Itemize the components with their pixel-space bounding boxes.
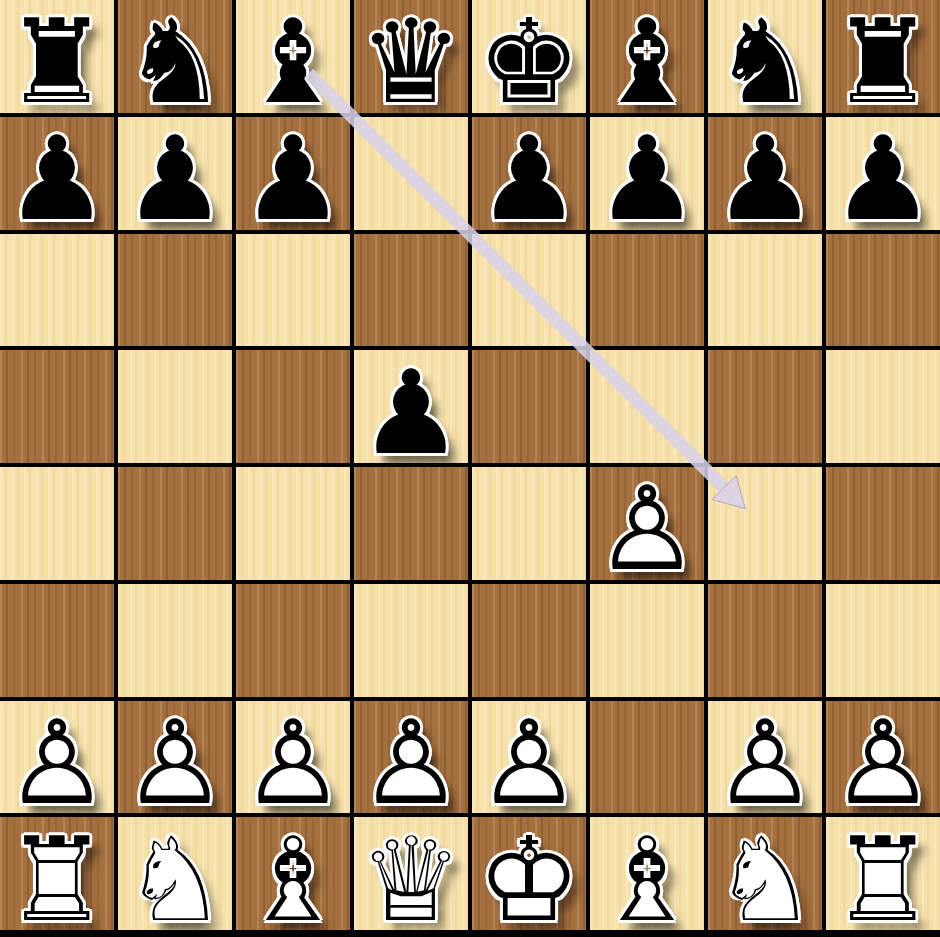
square-c2[interactable]: ♟♙ (236, 701, 350, 814)
white-knight[interactable]: ♞♘ (708, 817, 822, 930)
square-g5[interactable] (708, 350, 822, 463)
black-bishop[interactable]: ♝ (236, 0, 350, 113)
white-pawn-glyph: ♟ (0, 707, 114, 820)
black-pawn-glyph: ♟ (590, 123, 704, 236)
square-b2[interactable]: ♟♙ (118, 701, 232, 814)
square-d2[interactable]: ♟♙ (354, 701, 468, 814)
white-rook[interactable]: ♜♖ (826, 817, 940, 930)
square-c6[interactable] (236, 234, 350, 347)
square-c7[interactable]: ♟ (236, 117, 350, 230)
square-h2[interactable]: ♟♙ (826, 701, 940, 814)
square-e4[interactable] (472, 467, 586, 580)
square-d8[interactable]: ♛ (354, 0, 468, 113)
white-bishop-glyph: ♗ (236, 823, 350, 936)
square-a4[interactable] (0, 467, 114, 580)
white-queen-glyph: ♕ (354, 823, 468, 936)
black-bishop[interactable]: ♝ (590, 0, 704, 113)
black-pawn[interactable]: ♟ (826, 117, 940, 230)
black-king[interactable]: ♚ (472, 0, 586, 113)
square-f3[interactable] (590, 584, 704, 697)
square-d6[interactable] (354, 234, 468, 347)
chess-board-area: ♜♞♝♛♚♝♞♜♟♟♟♟♟♟♟♟♟♙♟♙♟♙♟♙♟♙♟♙♟♙♟♙♜♖♞♘♝♗♛♕… (0, 0, 940, 937)
white-king-glyph: ♔ (472, 823, 586, 936)
white-pawn[interactable]: ♟♙ (590, 467, 704, 580)
black-pawn-glyph: ♟ (826, 123, 940, 236)
black-pawn[interactable]: ♟ (118, 117, 232, 230)
white-bishop-glyph: ♝ (236, 823, 350, 936)
white-pawn[interactable]: ♟♙ (118, 701, 232, 814)
square-e7[interactable]: ♟ (472, 117, 586, 230)
white-pawn-glyph: ♟ (472, 707, 586, 820)
black-pawn[interactable]: ♟ (472, 117, 586, 230)
white-bishop-glyph: ♗ (590, 823, 704, 936)
white-bishop[interactable]: ♝♗ (590, 817, 704, 930)
white-king-glyph: ♚ (472, 823, 586, 936)
square-e3[interactable] (472, 584, 586, 697)
square-c8[interactable]: ♝ (236, 0, 350, 113)
square-f4[interactable]: ♟♙ (590, 467, 704, 580)
square-g3[interactable] (708, 584, 822, 697)
square-h3[interactable] (826, 584, 940, 697)
white-pawn-glyph: ♙ (472, 707, 586, 820)
white-rook-glyph: ♜ (826, 823, 940, 936)
square-b6[interactable] (118, 234, 232, 347)
black-pawn-glyph: ♟ (708, 123, 822, 236)
white-pawn-glyph: ♟ (590, 473, 704, 586)
white-knight-glyph: ♞ (118, 823, 232, 936)
black-pawn[interactable]: ♟ (590, 117, 704, 230)
square-h6[interactable] (826, 234, 940, 347)
square-d5[interactable]: ♟ (354, 350, 468, 463)
white-pawn[interactable]: ♟♙ (472, 701, 586, 814)
square-c4[interactable] (236, 467, 350, 580)
black-knight-glyph: ♞ (118, 6, 232, 119)
black-queen[interactable]: ♛ (354, 0, 468, 113)
square-g4[interactable] (708, 467, 822, 580)
black-pawn-glyph: ♟ (118, 123, 232, 236)
square-a2[interactable]: ♟♙ (0, 701, 114, 814)
square-e8[interactable]: ♚ (472, 0, 586, 113)
white-pawn-glyph: ♙ (0, 707, 114, 820)
square-b1[interactable]: ♞♘ (118, 817, 232, 930)
square-b4[interactable] (118, 467, 232, 580)
square-g6[interactable] (708, 234, 822, 347)
black-pawn[interactable]: ♟ (354, 350, 468, 463)
square-c3[interactable] (236, 584, 350, 697)
square-f7[interactable]: ♟ (590, 117, 704, 230)
square-d7[interactable] (354, 117, 468, 230)
square-g8[interactable]: ♞ (708, 0, 822, 113)
white-pawn-glyph: ♙ (118, 707, 232, 820)
square-e5[interactable] (472, 350, 586, 463)
square-e6[interactable] (472, 234, 586, 347)
black-pawn[interactable]: ♟ (708, 117, 822, 230)
square-d3[interactable] (354, 584, 468, 697)
square-g1[interactable]: ♞♘ (708, 817, 822, 930)
black-bishop-glyph: ♝ (236, 6, 350, 119)
black-knight-glyph: ♞ (708, 6, 822, 119)
white-pawn-glyph: ♙ (236, 707, 350, 820)
white-bishop[interactable]: ♝♗ (236, 817, 350, 930)
white-pawn-glyph: ♙ (826, 707, 940, 820)
square-a7[interactable]: ♟ (0, 117, 114, 230)
black-king-glyph: ♚ (472, 6, 586, 119)
black-pawn[interactable]: ♟ (0, 117, 114, 230)
black-queen-glyph: ♛ (354, 6, 468, 119)
white-pawn[interactable]: ♟♙ (354, 701, 468, 814)
white-bishop-glyph: ♝ (590, 823, 704, 936)
black-bishop-glyph: ♝ (590, 6, 704, 119)
white-queen[interactable]: ♛♕ (354, 817, 468, 930)
square-d1[interactable]: ♛♕ (354, 817, 468, 930)
white-pawn[interactable]: ♟♙ (0, 701, 114, 814)
black-rook-glyph: ♜ (0, 6, 114, 119)
white-pawn[interactable]: ♟♙ (708, 701, 822, 814)
white-rook[interactable]: ♜♖ (0, 817, 114, 930)
black-pawn-glyph: ♟ (472, 123, 586, 236)
white-king[interactable]: ♚♔ (472, 817, 586, 930)
white-rook-glyph: ♖ (826, 823, 940, 936)
white-knight-glyph: ♘ (118, 823, 232, 936)
black-pawn-glyph: ♟ (236, 123, 350, 236)
black-pawn[interactable]: ♟ (236, 117, 350, 230)
square-h5[interactable] (826, 350, 940, 463)
square-f8[interactable]: ♝ (590, 0, 704, 113)
square-c1[interactable]: ♝♗ (236, 817, 350, 930)
square-b3[interactable] (118, 584, 232, 697)
black-knight[interactable]: ♞ (708, 0, 822, 113)
square-b7[interactable]: ♟ (118, 117, 232, 230)
square-b5[interactable] (118, 350, 232, 463)
white-pawn-glyph: ♟ (826, 707, 940, 820)
black-knight[interactable]: ♞ (118, 0, 232, 113)
square-h4[interactable] (826, 467, 940, 580)
white-rook-glyph: ♖ (0, 823, 114, 936)
square-d4[interactable] (354, 467, 468, 580)
white-knight-glyph: ♞ (708, 823, 822, 936)
square-f2[interactable] (590, 701, 704, 814)
black-pawn-glyph: ♟ (354, 356, 468, 469)
black-rook[interactable]: ♜ (826, 0, 940, 113)
square-b8[interactable]: ♞ (118, 0, 232, 113)
square-f6[interactable] (590, 234, 704, 347)
square-g2[interactable]: ♟♙ (708, 701, 822, 814)
white-pawn-glyph: ♙ (590, 473, 704, 586)
black-rook[interactable]: ♜ (0, 0, 114, 113)
square-f5[interactable] (590, 350, 704, 463)
white-pawn[interactable]: ♟♙ (236, 701, 350, 814)
square-h8[interactable]: ♜ (826, 0, 940, 113)
square-e2[interactable]: ♟♙ (472, 701, 586, 814)
black-pawn-glyph: ♟ (0, 123, 114, 236)
square-f1[interactable]: ♝♗ (590, 817, 704, 930)
white-pawn-glyph: ♟ (236, 707, 350, 820)
white-pawn-glyph: ♙ (354, 707, 468, 820)
square-e1[interactable]: ♚♔ (472, 817, 586, 930)
square-h1[interactable]: ♜♖ (826, 817, 940, 930)
white-queen-glyph: ♛ (354, 823, 468, 936)
square-h7[interactable]: ♟ (826, 117, 940, 230)
square-a6[interactable] (0, 234, 114, 347)
square-c5[interactable] (236, 350, 350, 463)
square-a3[interactable] (0, 584, 114, 697)
square-a1[interactable]: ♜♖ (0, 817, 114, 930)
square-a5[interactable] (0, 350, 114, 463)
white-pawn[interactable]: ♟♙ (826, 701, 940, 814)
chess-board: ♜♞♝♛♚♝♞♜♟♟♟♟♟♟♟♟♟♙♟♙♟♙♟♙♟♙♟♙♟♙♟♙♜♖♞♘♝♗♛♕… (0, 0, 940, 937)
white-pawn-glyph: ♟ (354, 707, 468, 820)
white-rook-glyph: ♜ (0, 823, 114, 936)
white-pawn-glyph: ♙ (708, 707, 822, 820)
black-rook-glyph: ♜ (826, 6, 940, 119)
white-pawn-glyph: ♟ (708, 707, 822, 820)
square-a8[interactable]: ♜ (0, 0, 114, 113)
white-pawn-glyph: ♟ (118, 707, 232, 820)
white-knight[interactable]: ♞♘ (118, 817, 232, 930)
square-g7[interactable]: ♟ (708, 117, 822, 230)
white-knight-glyph: ♘ (708, 823, 822, 936)
